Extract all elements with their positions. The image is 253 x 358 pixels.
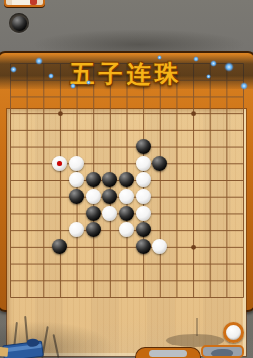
- white-player-indicator: [223, 322, 244, 343]
- board-cell[interactable]: [218, 155, 235, 172]
- board-cell[interactable]: [2, 238, 19, 255]
- board-cell[interactable]: [85, 172, 102, 189]
- board-cell[interactable]: [168, 188, 185, 205]
- board-cell[interactable]: [52, 155, 69, 172]
- black-stone[interactable]: [86, 172, 101, 187]
- board-cell[interactable]: [52, 205, 69, 222]
- top-player-avatar[interactable]: [4, 0, 45, 7]
- black-stone[interactable]: [69, 189, 84, 204]
- board-cell[interactable]: [2, 105, 19, 122]
- board-cell[interactable]: [2, 138, 19, 155]
- board-cell[interactable]: [35, 188, 52, 205]
- board-cell[interactable]: [135, 222, 152, 239]
- board-cell[interactable]: [201, 138, 218, 155]
- board-cell[interactable]: [118, 88, 135, 105]
- board-cell[interactable]: [185, 155, 202, 172]
- board-cell[interactable]: [102, 188, 119, 205]
- black-stone[interactable]: [102, 172, 117, 187]
- board-cell[interactable]: [168, 172, 185, 189]
- board-cell[interactable]: [18, 88, 35, 105]
- board-cell[interactable]: [218, 272, 235, 289]
- sparkle-decoration: [10, 66, 17, 73]
- board-cell[interactable]: [118, 222, 135, 239]
- board-cell[interactable]: [102, 205, 119, 222]
- board-cell[interactable]: [102, 222, 119, 239]
- board-cell[interactable]: [85, 288, 102, 305]
- board-cell[interactable]: [68, 172, 85, 189]
- board-cell[interactable]: [235, 288, 252, 305]
- board-cell[interactable]: [185, 138, 202, 155]
- board-cell[interactable]: [201, 105, 218, 122]
- board-cell[interactable]: [118, 272, 135, 289]
- black-stone[interactable]: [102, 189, 117, 204]
- board-cell[interactable]: [35, 172, 52, 189]
- black-stone[interactable]: [52, 239, 67, 254]
- board-cell[interactable]: [102, 121, 119, 138]
- board-cell[interactable]: [235, 88, 252, 105]
- board-cell[interactable]: [68, 205, 85, 222]
- board-cell[interactable]: [201, 255, 218, 272]
- board-cell[interactable]: [18, 238, 35, 255]
- white-stone[interactable]: [152, 239, 167, 254]
- game-screen: 五子连珠: [0, 0, 253, 358]
- board-cell[interactable]: [135, 138, 152, 155]
- board-cell[interactable]: [52, 238, 69, 255]
- board-cell[interactable]: [2, 88, 19, 105]
- black-stone[interactable]: [136, 222, 151, 237]
- board-cell[interactable]: [235, 172, 252, 189]
- board-cell[interactable]: [18, 172, 35, 189]
- board-cell[interactable]: [135, 88, 152, 105]
- board-cell[interactable]: [68, 138, 85, 155]
- board-cell[interactable]: [218, 121, 235, 138]
- board-cell[interactable]: [168, 121, 185, 138]
- board-cell[interactable]: [218, 188, 235, 205]
- board-cell[interactable]: [151, 288, 168, 305]
- white-stone[interactable]: [69, 222, 84, 237]
- board-cell[interactable]: [185, 222, 202, 239]
- board-cell[interactable]: [35, 238, 52, 255]
- board-cell[interactable]: [168, 88, 185, 105]
- board-cell[interactable]: [218, 222, 235, 239]
- board-cell[interactable]: [35, 121, 52, 138]
- board-cell[interactable]: [151, 155, 168, 172]
- board-cell[interactable]: [85, 272, 102, 289]
- board-cell[interactable]: [35, 88, 52, 105]
- board-cell[interactable]: [118, 205, 135, 222]
- board-cell[interactable]: [218, 255, 235, 272]
- board-cell[interactable]: [18, 121, 35, 138]
- board-cell[interactable]: [68, 188, 85, 205]
- board-cell[interactable]: [201, 121, 218, 138]
- board-cell[interactable]: [102, 238, 119, 255]
- board-cell[interactable]: [68, 255, 85, 272]
- board-cell[interactable]: [68, 288, 85, 305]
- board-cell[interactable]: [102, 138, 119, 155]
- board-cell[interactable]: [135, 205, 152, 222]
- board-cell[interactable]: [2, 155, 19, 172]
- board-cell[interactable]: [35, 105, 52, 122]
- board-cell[interactable]: [235, 255, 252, 272]
- board-cell[interactable]: [201, 288, 218, 305]
- board-cell[interactable]: [201, 238, 218, 255]
- board-cell[interactable]: [151, 88, 168, 105]
- board-cell[interactable]: [201, 88, 218, 105]
- white-stone[interactable]: [102, 206, 117, 221]
- board-cell[interactable]: [135, 255, 152, 272]
- sparkle-decoration: [206, 74, 211, 79]
- board-cell[interactable]: [218, 138, 235, 155]
- board-cell[interactable]: [185, 105, 202, 122]
- board-cell[interactable]: [118, 121, 135, 138]
- boat-mast: [196, 318, 198, 336]
- board-cell[interactable]: [2, 255, 19, 272]
- board-cell[interactable]: [35, 205, 52, 222]
- board-cell[interactable]: [168, 205, 185, 222]
- board-cell[interactable]: [235, 155, 252, 172]
- board-cell[interactable]: [218, 205, 235, 222]
- board-cell[interactable]: [18, 105, 35, 122]
- board-cell[interactable]: [168, 138, 185, 155]
- board-cell[interactable]: [168, 155, 185, 172]
- board-cell[interactable]: [168, 238, 185, 255]
- black-player-indicator: [9, 13, 29, 33]
- white-stone[interactable]: [69, 172, 84, 187]
- board-cell[interactable]: [151, 255, 168, 272]
- board-cell[interactable]: [18, 138, 35, 155]
- sparkle-decoration: [86, 80, 91, 85]
- board-cell[interactable]: [52, 121, 69, 138]
- board-cell[interactable]: [85, 155, 102, 172]
- board-cell[interactable]: [118, 105, 135, 122]
- white-stone[interactable]: [136, 156, 151, 171]
- white-stone[interactable]: [136, 189, 151, 204]
- board-cell[interactable]: [85, 255, 102, 272]
- board-cell[interactable]: [68, 238, 85, 255]
- white-stone[interactable]: [136, 206, 151, 221]
- board-cell[interactable]: [235, 205, 252, 222]
- board-cell[interactable]: [85, 138, 102, 155]
- board-cell[interactable]: [185, 288, 202, 305]
- board-cell[interactable]: [118, 288, 135, 305]
- board-cell[interactable]: [185, 172, 202, 189]
- board-cell[interactable]: [85, 188, 102, 205]
- menu-sign-button[interactable]: [136, 348, 200, 358]
- board-cell[interactable]: [185, 121, 202, 138]
- board-cell[interactable]: [18, 222, 35, 239]
- board-cell[interactable]: [85, 88, 102, 105]
- board-cell[interactable]: [118, 138, 135, 155]
- white-stone[interactable]: [86, 189, 101, 204]
- board-cell[interactable]: [35, 255, 52, 272]
- bottom-player-avatar[interactable]: [201, 345, 244, 358]
- board-cell[interactable]: [235, 188, 252, 205]
- sparkle-decoration: [224, 62, 234, 72]
- board-cell[interactable]: [52, 172, 69, 189]
- sparkle-decoration: [193, 56, 199, 62]
- board-cell[interactable]: [185, 88, 202, 105]
- board-cell[interactable]: [118, 238, 135, 255]
- sparkle-decoration: [35, 57, 43, 65]
- board-cell[interactable]: [18, 272, 35, 289]
- white-stone[interactable]: [119, 222, 134, 237]
- board-cell[interactable]: [35, 222, 52, 239]
- last-move-marker: [57, 161, 62, 166]
- board-cell[interactable]: [235, 121, 252, 138]
- board-cell[interactable]: [151, 121, 168, 138]
- board-cell[interactable]: [185, 238, 202, 255]
- board-cell[interactable]: [185, 188, 202, 205]
- board-cell[interactable]: [135, 188, 152, 205]
- board-cell[interactable]: [2, 172, 19, 189]
- board-cell[interactable]: [18, 188, 35, 205]
- board-cell[interactable]: [151, 138, 168, 155]
- black-stone[interactable]: [119, 206, 134, 221]
- board-cell[interactable]: [235, 222, 252, 239]
- board-cell[interactable]: [201, 172, 218, 189]
- board-cell[interactable]: [2, 288, 19, 305]
- board-cell[interactable]: [185, 272, 202, 289]
- black-stone[interactable]: [152, 156, 167, 171]
- board-cell[interactable]: [201, 205, 218, 222]
- board-cell[interactable]: [168, 272, 185, 289]
- board-cell[interactable]: [52, 222, 69, 239]
- gomoku-board: [2, 55, 252, 306]
- black-stone[interactable]: [119, 172, 134, 187]
- board-cell[interactable]: [52, 188, 69, 205]
- board-cell[interactable]: [168, 255, 185, 272]
- sparkle-decoration: [240, 82, 248, 90]
- board-cell[interactable]: [235, 272, 252, 289]
- board-cell[interactable]: [85, 238, 102, 255]
- white-stone[interactable]: [52, 156, 67, 171]
- black-stone[interactable]: [86, 206, 101, 221]
- sparkle-decoration: [157, 55, 162, 60]
- board-cell[interactable]: [52, 105, 69, 122]
- board-cell[interactable]: [151, 222, 168, 239]
- board-cell[interactable]: [218, 238, 235, 255]
- board-cell[interactable]: [18, 288, 35, 305]
- board-cell[interactable]: [2, 222, 19, 239]
- sparkle-decoration: [210, 60, 217, 67]
- board-cell[interactable]: [35, 138, 52, 155]
- board-cell[interactable]: [235, 138, 252, 155]
- board-cell[interactable]: [102, 255, 119, 272]
- board-cell[interactable]: [68, 88, 85, 105]
- board-cell[interactable]: [18, 155, 35, 172]
- board-cell[interactable]: [151, 188, 168, 205]
- board-cell[interactable]: [218, 172, 235, 189]
- board-cell[interactable]: [52, 255, 69, 272]
- board-cell[interactable]: [201, 222, 218, 239]
- board-cell[interactable]: [151, 205, 168, 222]
- board-cell[interactable]: [85, 222, 102, 239]
- black-stone[interactable]: [136, 139, 151, 154]
- board-cell[interactable]: [151, 105, 168, 122]
- board-cell[interactable]: [118, 172, 135, 189]
- board-cell[interactable]: [151, 238, 168, 255]
- board-cell[interactable]: [135, 155, 152, 172]
- black-stone[interactable]: [86, 222, 101, 237]
- board-cell[interactable]: [52, 272, 69, 289]
- board-cell[interactable]: [118, 255, 135, 272]
- board-cell[interactable]: [102, 105, 119, 122]
- board-cell[interactable]: [68, 272, 85, 289]
- board-cell[interactable]: [168, 222, 185, 239]
- board-cell[interactable]: [35, 155, 52, 172]
- board-cell[interactable]: [2, 188, 19, 205]
- board-cell[interactable]: [18, 255, 35, 272]
- board-cell[interactable]: [135, 238, 152, 255]
- white-stone[interactable]: [136, 172, 151, 187]
- white-stone[interactable]: [119, 189, 134, 204]
- board-cell[interactable]: [235, 238, 252, 255]
- board-cell[interactable]: [102, 88, 119, 105]
- board-cell[interactable]: [35, 288, 52, 305]
- board-cell[interactable]: [151, 272, 168, 289]
- board-cell[interactable]: [85, 105, 102, 122]
- board-cell[interactable]: [201, 188, 218, 205]
- black-stone-icon: [12, 16, 27, 31]
- board-cell[interactable]: [135, 121, 152, 138]
- board-cell[interactable]: [218, 88, 235, 105]
- board-cell[interactable]: [52, 288, 69, 305]
- board-cell[interactable]: [135, 105, 152, 122]
- board-cell[interactable]: [118, 188, 135, 205]
- board-cell[interactable]: [235, 105, 252, 122]
- board-cell[interactable]: [168, 105, 185, 122]
- board-cell[interactable]: [201, 272, 218, 289]
- sparkle-decoration: [70, 83, 76, 89]
- board-cell[interactable]: [201, 155, 218, 172]
- board-cell[interactable]: [135, 272, 152, 289]
- sparkle-decoration: [48, 73, 54, 79]
- board-cell[interactable]: [185, 205, 202, 222]
- board-cell[interactable]: [2, 121, 19, 138]
- board-cell[interactable]: [102, 155, 119, 172]
- board-cell[interactable]: [185, 255, 202, 272]
- board-cell[interactable]: [2, 272, 19, 289]
- board-cell[interactable]: [118, 155, 135, 172]
- board-cell[interactable]: [218, 105, 235, 122]
- board-cell[interactable]: [68, 121, 85, 138]
- board-cell[interactable]: [135, 172, 152, 189]
- board-cell[interactable]: [35, 272, 52, 289]
- white-stone[interactable]: [69, 156, 84, 171]
- board-cell[interactable]: [168, 288, 185, 305]
- board-cell[interactable]: [102, 172, 119, 189]
- board-cell[interactable]: [2, 205, 19, 222]
- board-cell[interactable]: [135, 288, 152, 305]
- board-cell[interactable]: [151, 172, 168, 189]
- board-cell[interactable]: [18, 205, 35, 222]
- board-cell[interactable]: [68, 155, 85, 172]
- board-cell[interactable]: [102, 288, 119, 305]
- board-cell[interactable]: [102, 272, 119, 289]
- board-cell[interactable]: [85, 205, 102, 222]
- board-cell[interactable]: [52, 138, 69, 155]
- board-cell[interactable]: [68, 105, 85, 122]
- board-cell[interactable]: [52, 88, 69, 105]
- board-cell[interactable]: [85, 121, 102, 138]
- board-cell[interactable]: [68, 222, 85, 239]
- black-stone[interactable]: [136, 239, 151, 254]
- board-cell[interactable]: [218, 288, 235, 305]
